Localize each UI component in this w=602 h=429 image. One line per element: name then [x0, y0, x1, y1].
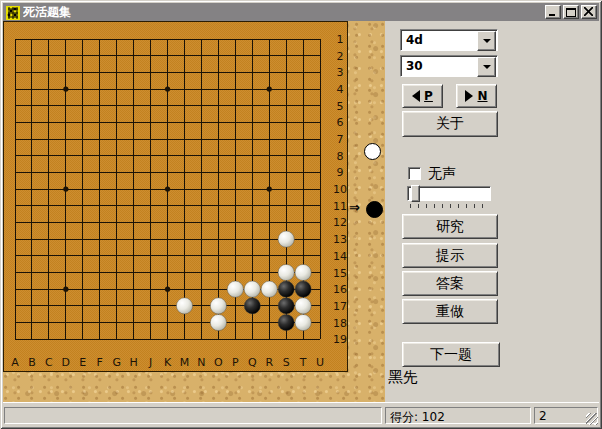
- status-bar: 得分: 102 2: [3, 402, 599, 426]
- row-label: 19: [333, 333, 347, 346]
- column-label: G: [112, 356, 121, 369]
- minimize-button[interactable]: [545, 5, 561, 19]
- volume-slider-thumb[interactable]: [411, 185, 420, 202]
- row-label: 7: [337, 133, 344, 146]
- row-label: 3: [337, 66, 344, 79]
- about-button[interactable]: 关于: [402, 111, 498, 137]
- white-stone-O18: [210, 314, 226, 330]
- white-stone-S15: [278, 264, 294, 280]
- app-icon: [6, 5, 20, 19]
- row-label: 14: [333, 250, 347, 263]
- answer-button[interactable]: 答案: [402, 271, 498, 296]
- column-label: C: [45, 356, 53, 369]
- mute-checkbox-label: 无声: [428, 165, 456, 183]
- column-label: Q: [248, 356, 257, 369]
- study-button[interactable]: 研究: [402, 214, 498, 239]
- mute-checkbox[interactable]: [408, 167, 421, 180]
- previous-button[interactable]: P: [402, 84, 443, 108]
- star-point: [63, 86, 68, 91]
- row-label: 2: [337, 50, 344, 63]
- row-label: 8: [337, 150, 344, 163]
- rank-combobox-dropdown-button[interactable]: [477, 31, 496, 51]
- problem-combobox[interactable]: 30: [400, 55, 498, 77]
- arrow-right-icon: [465, 90, 473, 102]
- white-stone-O17: [210, 298, 226, 314]
- white-stone-R16: [261, 281, 277, 297]
- white-stone-T15: [295, 264, 311, 280]
- column-label: P: [232, 356, 239, 369]
- resize-grip[interactable]: [586, 413, 598, 425]
- go-board-svg: ABCDEFGHJKMNOPQRSTU123456789101112131415…: [4, 22, 347, 371]
- hint-button[interactable]: 提示: [402, 243, 498, 268]
- white-stone-Q16: [244, 281, 260, 297]
- column-label: T: [299, 356, 307, 369]
- rank-combobox-value: 4d: [401, 30, 477, 50]
- column-label: E: [79, 356, 86, 369]
- next-button[interactable]: N: [456, 84, 497, 108]
- problem-combobox-dropdown-button[interactable]: [477, 57, 496, 77]
- next-button-label: N: [477, 89, 487, 103]
- column-label: F: [97, 356, 103, 369]
- next-problem-button[interactable]: 下一题: [402, 342, 500, 367]
- title-bar[interactable]: 死活题集: [3, 3, 599, 21]
- slider-tick-marks: [410, 204, 490, 208]
- column-label: M: [180, 356, 190, 369]
- maximize-button[interactable]: [563, 5, 579, 19]
- to-move-label: 黑先: [388, 368, 418, 387]
- row-label: 17: [333, 300, 347, 313]
- rank-combobox[interactable]: 4d: [400, 29, 498, 51]
- turn-arrow-icon: ⇒: [349, 200, 360, 215]
- star-point: [267, 86, 272, 91]
- column-label: H: [130, 356, 138, 369]
- column-label: B: [28, 356, 36, 369]
- black-stone-T16: [295, 281, 311, 297]
- row-label: 11: [333, 200, 347, 213]
- star-point: [267, 187, 272, 192]
- white-stone-T17: [295, 298, 311, 314]
- column-label: N: [197, 356, 205, 369]
- window-title: 死活题集: [23, 3, 543, 21]
- white-sample-stone: [364, 143, 381, 160]
- status-panel-score: 得分: 102: [385, 407, 531, 424]
- black-stone-Q17: [244, 298, 260, 314]
- row-label: 6: [337, 116, 344, 129]
- row-label: 5: [337, 100, 344, 113]
- column-label: A: [11, 356, 19, 369]
- redo-button[interactable]: 重做: [402, 299, 498, 324]
- black-stone-S17: [278, 298, 294, 314]
- star-point: [63, 287, 68, 292]
- black-stone-S16: [278, 281, 294, 297]
- row-label: 9: [337, 166, 344, 179]
- column-label: D: [62, 356, 70, 369]
- column-label: O: [214, 356, 223, 369]
- row-label: 15: [333, 267, 347, 280]
- star-point: [63, 187, 68, 192]
- star-point: [165, 187, 170, 192]
- black-sample-stone: [366, 201, 383, 218]
- row-label: 18: [333, 317, 347, 330]
- white-stone-T18: [295, 314, 311, 330]
- column-label: U: [316, 356, 324, 369]
- column-label: R: [265, 356, 273, 369]
- status-panel-left: [4, 407, 382, 424]
- row-label: 10: [333, 183, 347, 196]
- row-label: 1: [337, 33, 344, 46]
- chevron-down-icon: [483, 39, 491, 47]
- white-stone-P16: [227, 281, 243, 297]
- star-point: [165, 86, 170, 91]
- row-label: 4: [337, 83, 344, 96]
- app-window: 死活题集 ABCDEFGHJKMNOPQRSTU1234567891011121…: [0, 0, 602, 429]
- black-stone-S18: [278, 314, 294, 330]
- row-label: 12: [333, 216, 347, 229]
- row-label: 16: [333, 283, 347, 296]
- previous-button-label: P: [424, 89, 433, 103]
- go-board[interactable]: ABCDEFGHJKMNOPQRSTU123456789101112131415…: [3, 21, 348, 372]
- star-point: [165, 287, 170, 292]
- close-button[interactable]: [581, 5, 597, 19]
- problem-combobox-value: 30: [401, 56, 477, 76]
- column-label: S: [283, 356, 290, 369]
- white-stone-S13: [278, 231, 294, 247]
- arrow-left-icon: [412, 90, 420, 102]
- row-label: 13: [333, 233, 347, 246]
- column-label: J: [148, 356, 152, 369]
- volume-slider[interactable]: [407, 186, 491, 201]
- white-stone-M17: [176, 298, 192, 314]
- column-label: K: [164, 356, 172, 369]
- chevron-down-icon: [483, 65, 491, 73]
